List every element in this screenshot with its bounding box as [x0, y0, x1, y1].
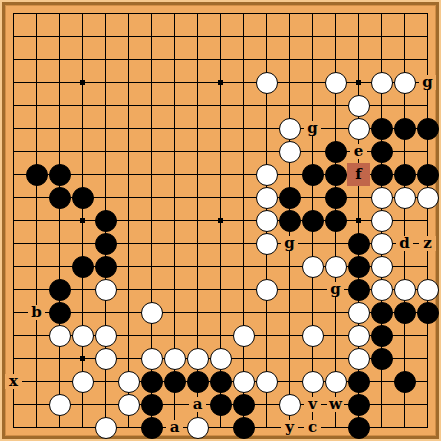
white-stone [394, 187, 416, 209]
black-stone [394, 371, 416, 393]
white-stone [49, 325, 71, 347]
white-stone [371, 187, 393, 209]
white-stone [371, 72, 393, 94]
black-stone [26, 164, 48, 186]
white-stone [256, 187, 278, 209]
black-stone [371, 141, 393, 163]
go-board: ggefgdzgbxavwayc [0, 0, 441, 441]
black-stone [279, 210, 301, 232]
white-stone [118, 371, 140, 393]
black-stone [371, 348, 393, 370]
white-stone [279, 141, 301, 163]
point-label-f-highlighted: f [347, 163, 370, 186]
white-stone [256, 233, 278, 255]
white-stone [95, 417, 117, 439]
white-stone [302, 325, 324, 347]
point-label-v: v [304, 397, 321, 412]
black-stone [325, 210, 347, 232]
white-stone [371, 256, 393, 278]
white-stone [210, 348, 232, 370]
grid-line-vertical [243, 13, 244, 428]
black-stone [417, 164, 439, 186]
white-stone [371, 210, 393, 232]
black-stone [49, 187, 71, 209]
black-stone [95, 210, 117, 232]
white-stone [164, 348, 186, 370]
white-stone [256, 279, 278, 301]
black-stone [394, 118, 416, 140]
black-stone [371, 325, 393, 347]
star-point [80, 80, 85, 85]
black-stone [348, 371, 370, 393]
star-point [218, 218, 223, 223]
white-stone [348, 95, 370, 117]
white-stone [233, 371, 255, 393]
white-stone [95, 279, 117, 301]
white-stone [141, 348, 163, 370]
white-stone [348, 348, 370, 370]
point-label-a: a [189, 397, 206, 412]
point-label-z: z [419, 236, 436, 251]
point-label-a: a [166, 420, 183, 435]
white-stone [302, 371, 324, 393]
point-label-g: g [419, 75, 436, 90]
white-stone [256, 210, 278, 232]
point-label-x: x [5, 374, 22, 389]
star-point [218, 80, 223, 85]
white-stone [279, 394, 301, 416]
white-stone [72, 325, 94, 347]
black-stone [348, 233, 370, 255]
black-stone [371, 164, 393, 186]
white-stone [95, 325, 117, 347]
black-stone [187, 371, 209, 393]
point-label-d: d [396, 236, 413, 251]
black-stone [325, 141, 347, 163]
white-stone [417, 279, 439, 301]
black-stone [371, 302, 393, 324]
black-stone [394, 302, 416, 324]
white-stone [279, 118, 301, 140]
point-label-g: g [281, 236, 298, 251]
black-stone [371, 118, 393, 140]
white-stone [348, 302, 370, 324]
black-stone [348, 394, 370, 416]
black-stone [348, 256, 370, 278]
black-stone [233, 417, 255, 439]
black-stone [95, 256, 117, 278]
white-stone [325, 72, 347, 94]
white-stone [417, 187, 439, 209]
white-stone [371, 279, 393, 301]
white-stone [325, 256, 347, 278]
black-stone [72, 256, 94, 278]
star-point [80, 356, 85, 361]
black-stone [279, 187, 301, 209]
black-stone [325, 187, 347, 209]
black-stone [417, 118, 439, 140]
white-stone [95, 348, 117, 370]
black-stone [302, 210, 324, 232]
point-label-b: b [28, 305, 45, 320]
white-stone [348, 325, 370, 347]
black-stone [394, 164, 416, 186]
white-stone [371, 233, 393, 255]
point-label-c: c [304, 420, 321, 435]
point-label-g: g [327, 282, 344, 297]
black-stone [302, 164, 324, 186]
black-stone [210, 371, 232, 393]
black-stone [141, 394, 163, 416]
white-stone [302, 256, 324, 278]
white-stone [233, 325, 255, 347]
black-stone [417, 302, 439, 324]
black-stone [72, 187, 94, 209]
point-label-g: g [304, 121, 321, 136]
black-stone [49, 279, 71, 301]
white-stone [325, 371, 347, 393]
black-stone [325, 164, 347, 186]
black-stone [49, 164, 71, 186]
white-stone [49, 394, 71, 416]
white-stone [256, 371, 278, 393]
black-stone [95, 233, 117, 255]
black-stone [49, 302, 71, 324]
white-stone [256, 72, 278, 94]
black-stone [210, 394, 232, 416]
white-stone [141, 302, 163, 324]
point-label-w: w [327, 397, 344, 412]
black-stone [348, 417, 370, 439]
star-point [356, 80, 361, 85]
white-stone [394, 279, 416, 301]
black-stone [233, 394, 255, 416]
white-stone [394, 72, 416, 94]
point-label-e: e [350, 144, 367, 159]
white-stone [256, 164, 278, 186]
black-stone [141, 417, 163, 439]
point-label-y: y [281, 420, 298, 435]
black-stone [141, 371, 163, 393]
black-stone [164, 371, 186, 393]
black-stone [348, 279, 370, 301]
star-point [80, 218, 85, 223]
white-stone [348, 118, 370, 140]
white-stone [187, 348, 209, 370]
star-point [356, 218, 361, 223]
white-stone [187, 417, 209, 439]
white-stone [72, 371, 94, 393]
white-stone [118, 394, 140, 416]
